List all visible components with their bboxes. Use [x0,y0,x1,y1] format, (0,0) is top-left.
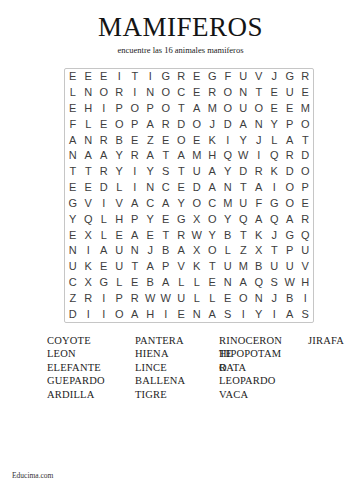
grid-cell-r1-c5: T [127,69,143,85]
grid-cell-r7-c3: R [96,164,112,180]
grid-cell-r14-c12: A [236,275,252,291]
word-list: COYOTELEONELEFANTEGUEPARDOARDILLA PANTER… [0,334,361,406]
grid-cell-r6-c14: Q [267,148,283,164]
grid-cell-r5-c9: E [189,132,205,148]
grid-cell-r3-c7: O [158,101,174,117]
grid-cell-r3-c10: M [205,101,221,117]
grid-cell-r2-c1: L [65,85,81,101]
grid-cell-r12-c2: I [81,243,97,259]
grid-cell-r6-c2: A [81,148,97,164]
grid-cell-r7-c7: S [158,164,174,180]
grid-cell-r13-c3: E [96,259,112,275]
grid-cell-r10-c5: P [127,211,143,227]
grid-cell-r12-c11: L [220,243,236,259]
grid-cell-r4-c11: D [220,116,236,132]
grid-cell-r9-c3: I [96,196,112,212]
grid-cell-r13-c1: U [65,259,81,275]
word-list-column-4: JIRAFA [308,334,344,347]
grid-cell-r4-c8: D [174,116,190,132]
grid-cell-r8-c10: A [205,180,221,196]
grid-cell-r3-c9: A [189,101,205,117]
grid-cell-r1-c11: F [220,69,236,85]
grid-cell-r6-c13: I [251,148,267,164]
grid-cell-r16-c15: A [282,306,298,322]
grid-cell-r15-c10: L [205,290,221,306]
grid-cell-r12-c8: A [174,243,190,259]
grid-cell-r13-c8: V [174,259,190,275]
grid-cell-r15-c1: Z [65,290,81,306]
grid-cell-r6-c10: H [205,148,221,164]
grid-cell-r7-c13: R [251,164,267,180]
grid-cell-r4-c12: A [236,116,252,132]
grid-cell-r9-c10: C [205,196,221,212]
grid-cell-r5-c4: B [112,132,128,148]
grid-cell-r9-c13: F [251,196,267,212]
grid-cell-r6-c7: T [158,148,174,164]
grid-cell-r5-c12: Y [236,132,252,148]
grid-cell-r2-c13: T [251,85,267,101]
grid-cell-r16-c9: N [189,306,205,322]
grid-cell-r13-c9: K [189,259,205,275]
grid-cell-r2-c16: E [298,85,314,101]
grid-cell-r12-c5: N [127,243,143,259]
grid-cell-r11-c7: T [158,227,174,243]
grid-cell-r1-c16: R [298,69,314,85]
grid-cell-r8-c15: O [282,180,298,196]
grid-cell-r9-c7: A [158,196,174,212]
grid-cell-r6-c3: A [96,148,112,164]
grid-cell-r16-c2: I [81,306,97,322]
grid-cell-r12-c9: X [189,243,205,259]
grid-cell-r15-c3: I [96,290,112,306]
grid-cell-r13-c13: B [251,259,267,275]
grid-cell-r3-c1: E [65,101,81,117]
grid-cell-r3-c13: O [251,101,267,117]
grid-cell-r7-c16: O [298,164,314,180]
grid-cell-r16-c12: I [236,306,252,322]
grid-cell-r2-c12: N [236,85,252,101]
grid-cell-r9-c9: O [189,196,205,212]
grid-cell-r15-c8: U [174,290,190,306]
grid-cell-r14-c4: L [112,275,128,291]
grid-cell-r14-c10: E [205,275,221,291]
word-list-item: RATAO [219,361,282,374]
grid-cell-r3-c14: E [267,101,283,117]
word-list-item: JIRAFA [308,334,344,347]
grid-cell-r14-c5: E [127,275,143,291]
word-list-item: LINCE [135,361,185,374]
grid-cell-r3-c8: T [174,101,190,117]
word-list-column-1: COYOTELEONELEFANTEGUEPARDOARDILLA [47,334,105,401]
grid-cell-r9-c4: V [112,196,128,212]
word-list-item: HIENA [135,347,185,360]
grid-cell-r13-c5: T [127,259,143,275]
grid-cell-r1-c1: E [65,69,81,85]
grid-cell-r4-c1: F [65,116,81,132]
grid-cell-r4-c16: O [298,116,314,132]
grid-cell-r5-c5: E [127,132,143,148]
grid-cell-r7-c11: Y [220,164,236,180]
grid-cell-r1-c13: V [251,69,267,85]
grid-cell-r7-c5: I [127,164,143,180]
grid-cell-r10-c2: Q [81,211,97,227]
grid-cell-r3-c2: H [81,101,97,117]
grid-cell-r13-c14: U [267,259,283,275]
grid-cell-r15-c7: W [158,290,174,306]
grid-cell-r9-c8: Y [174,196,190,212]
grid-cell-r4-c6: A [143,116,159,132]
grid-cell-r14-c11: N [220,275,236,291]
grid-cell-r10-c13: A [251,211,267,227]
grid-cell-r6-c1: N [65,148,81,164]
grid-cell-r14-c7: A [158,275,174,291]
grid-cell-r16-c14: I [267,306,283,322]
word-wrap-overlay: O [219,361,227,374]
grid-cell-r15-c14: J [267,290,283,306]
grid-cell-r3-c6: P [143,101,159,117]
grid-cell-r14-c9: L [189,275,205,291]
grid-cell-r9-c16: E [298,196,314,212]
grid-cell-r2-c10: R [205,85,221,101]
grid-cell-r12-c15: P [282,243,298,259]
grid-cell-r13-c6: A [143,259,159,275]
grid-cell-r9-c2: V [81,196,97,212]
grid-cell-r7-c14: K [267,164,283,180]
grid-cell-r14-c15: W [282,275,298,291]
grid-cell-r1-c4: I [112,69,128,85]
word-list-item: LEOPARDO [219,374,282,387]
grid-cell-r3-c5: O [127,101,143,117]
grid-cell-r11-c10: Y [205,227,221,243]
grid-cell-r9-c1: G [65,196,81,212]
grid-cell-r14-c16: H [298,275,314,291]
grid-cell-r11-c15: G [282,227,298,243]
grid-cell-r12-c16: U [298,243,314,259]
grid-cell-r2-c4: R [112,85,128,101]
grid-cell-r11-c2: X [81,227,97,243]
grid-cell-r4-c7: R [158,116,174,132]
grid-cell-r16-c4: O [112,306,128,322]
grid-cell-r8-c9: D [189,180,205,196]
grid-cell-r5-c13: J [251,132,267,148]
grid-cell-r6-c8: A [174,148,190,164]
grid-cell-r12-c12: Z [236,243,252,259]
grid-cell-r2-c3: O [96,85,112,101]
grid-cell-r1-c15: G [282,69,298,85]
grid-cell-r8-c3: D [96,180,112,196]
grid-cell-r3-c16: M [298,101,314,117]
word-list-item: LEON [47,347,105,360]
grid-cell-r4-c14: Y [267,116,283,132]
grid-cell-r12-c6: J [143,243,159,259]
grid-cell-r11-c14: J [267,227,283,243]
grid-cell-r4-c9: O [189,116,205,132]
grid-cell-r1-c2: E [81,69,97,85]
word-list-item: GUEPARDO [47,374,105,387]
grid-cell-r10-c12: Q [236,211,252,227]
grid-cell-r2-c15: U [282,85,298,101]
page-subtitle: encuentre las 16 animales mamiferos [0,45,361,55]
grid-cell-r4-c2: L [81,116,97,132]
grid-cell-r2-c6: N [143,85,159,101]
grid-cell-r7-c8: T [174,164,190,180]
grid-cell-r2-c7: O [158,85,174,101]
grid-cell-r11-c13: K [251,227,267,243]
grid-cell-r14-c1: C [65,275,81,291]
grid-cell-r6-c16: D [298,148,314,164]
grid-cell-r8-c1: E [65,180,81,196]
grid-cell-r15-c13: N [251,290,267,306]
grid-cell-r16-c13: Y [251,306,267,322]
grid-cell-r2-c2: N [81,85,97,101]
word-list-item: VACA [219,388,282,401]
grid-cell-r16-c6: H [143,306,159,322]
word-list-item: PANTERA [135,334,185,347]
grid-cell-r16-c8: E [174,306,190,322]
grid-cell-r6-c9: M [189,148,205,164]
grid-cell-r15-c6: W [143,290,159,306]
grid-cell-r3-c15: E [282,101,298,117]
grid-cell-r5-c2: N [81,132,97,148]
grid-cell-r11-c1: E [65,227,81,243]
grid-cell-r13-c4: U [112,259,128,275]
grid-cell-r9-c15: O [282,196,298,212]
grid-cell-r12-c10: O [205,243,221,259]
grid-cell-r7-c10: A [205,164,221,180]
grid-cell-r10-c10: O [205,211,221,227]
word-list-item: BALLENA [135,374,185,387]
grid-cell-r11-c3: L [96,227,112,243]
grid-cell-r10-c4: H [112,211,128,227]
grid-cell-r16-c10: A [205,306,221,322]
grid-cell-r15-c15: B [282,290,298,306]
grid-cell-r11-c11: B [220,227,236,243]
grid-cell-r15-c12: O [236,290,252,306]
grid-cell-r7-c4: Y [112,164,128,180]
grid-cell-r4-c13: N [251,116,267,132]
grid-cell-r13-c11: U [220,259,236,275]
grid-cell-r11-c5: A [127,227,143,243]
grid-cell-r10-c16: R [298,211,314,227]
grid-cell-r8-c8: E [174,180,190,196]
grid-cell-r10-c14: Q [267,211,283,227]
grid-cell-r7-c2: T [81,164,97,180]
grid-cell-r13-c7: P [158,259,174,275]
worksheet-page: MAMIFEROS encuentre las 16 animales mami… [0,0,361,500]
grid-cell-r12-c13: X [251,243,267,259]
grid-cell-r9-c14: G [267,196,283,212]
word-list-item: COYOTE [47,334,105,347]
grid-cell-r1-c10: G [205,69,221,85]
grid-cell-r11-c6: E [143,227,159,243]
grid-cell-r12-c3: A [96,243,112,259]
grid-cell-r1-c6: I [143,69,159,85]
word-list-item: TIGRE [135,388,185,401]
grid-cell-r5-c15: A [282,132,298,148]
grid-cell-r4-c5: P [127,116,143,132]
grid-cell-r3-c4: P [112,101,128,117]
grid-cell-r8-c6: N [143,180,159,196]
grid-cell-r15-c9: L [189,290,205,306]
grid-cell-r6-c12: W [236,148,252,164]
grid-cell-r12-c4: U [112,243,128,259]
grid-cell-r9-c5: A [127,196,143,212]
grid-cell-r1-c7: G [158,69,174,85]
grid-cell-r5-c14: L [267,132,283,148]
grid-cell-r13-c10: T [205,259,221,275]
grid-cell-r8-c5: I [127,180,143,196]
grid-cell-r1-c14: J [267,69,283,85]
grid-cell-r6-c15: R [282,148,298,164]
grid-cell-r8-c7: C [158,180,174,196]
grid-cell-r2-c9: E [189,85,205,101]
grid-cell-r10-c8: G [174,211,190,227]
grid-cell-r16-c1: D [65,306,81,322]
grid-cell-r10-c11: Y [220,211,236,227]
grid-cell-r1-c3: E [96,69,112,85]
grid-cell-r7-c6: Y [143,164,159,180]
grid-cell-r12-c7: B [158,243,174,259]
grid-cell-r5-c16: T [298,132,314,148]
grid-cell-r10-c3: L [96,211,112,227]
grid-cell-r16-c5: A [127,306,143,322]
grid-cell-r2-c11: O [220,85,236,101]
grid-cell-r13-c16: V [298,259,314,275]
grid-cell-r3-c12: U [236,101,252,117]
grid-cell-r4-c10: J [205,116,221,132]
grid-cell-r2-c8: C [174,85,190,101]
grid-cell-r2-c5: I [127,85,143,101]
footer-credit: Educima.com [12,471,53,480]
grid-cell-r12-c1: N [65,243,81,259]
grid-cell-r8-c2: E [81,180,97,196]
grid-cell-r16-c7: I [158,306,174,322]
grid-cell-r15-c16: I [298,290,314,306]
grid-cell-r14-c13: Q [251,275,267,291]
grid-cell-r9-c12: U [236,196,252,212]
grid-cell-r4-c3: E [96,116,112,132]
grid-cell-r4-c4: O [112,116,128,132]
word-list-item: ELEFANTE [47,361,105,374]
grid-cell-r13-c2: K [81,259,97,275]
grid-cell-r15-c4: P [112,290,128,306]
grid-cell-r16-c11: S [220,306,236,322]
grid-cell-r7-c9: U [189,164,205,180]
grid-cell-r6-c11: Q [220,148,236,164]
grid-cell-r12-c14: T [267,243,283,259]
grid-cell-r5-c10: K [205,132,221,148]
grid-cell-r7-c15: D [282,164,298,180]
grid-cell-r15-c5: R [127,290,143,306]
grid-cell-r6-c6: A [143,148,159,164]
grid-cell-r10-c1: Y [65,211,81,227]
grid-cell-r1-c12: U [236,69,252,85]
grid-cell-r4-c15: P [282,116,298,132]
grid-cell-r14-c6: B [143,275,159,291]
grid-cell-r11-c9: W [189,227,205,243]
grid-cell-r3-c11: O [220,101,236,117]
word-list-item: RINOCERON [219,334,282,347]
grid-cell-r5-c7: E [158,132,174,148]
grid-cell-r15-c2: R [81,290,97,306]
grid-cell-r15-c11: E [220,290,236,306]
grid-cell-r5-c6: Z [143,132,159,148]
page-title: MAMIFEROS [0,12,361,43]
grid-cell-r9-c6: C [143,196,159,212]
grid-cell-r10-c6: Y [143,211,159,227]
word-list-column-2: PANTERAHIENALINCEBALLENATIGRE [135,334,185,401]
grid-cell-r6-c5: R [127,148,143,164]
grid-cell-r14-c2: X [81,275,97,291]
grid-cell-r5-c8: O [174,132,190,148]
grid-cell-r8-c14: I [267,180,283,196]
grid-cell-r3-c3: I [96,101,112,117]
word-list-item: ARDILLA [47,388,105,401]
grid-cell-r13-c15: U [282,259,298,275]
grid-cell-r11-c16: Q [298,227,314,243]
grid-cell-r5-c1: A [65,132,81,148]
grid-cell-r7-c12: D [236,164,252,180]
grid-cell-r11-c8: R [174,227,190,243]
grid-cell-r10-c15: A [282,211,298,227]
grid-cell-r9-c11: M [220,196,236,212]
grid-cell-r6-c4: Y [112,148,128,164]
grid-cell-r7-c1: T [65,164,81,180]
grid-cell-r8-c11: N [220,180,236,196]
word-list-item: HIPOPOTAMTE [219,347,282,360]
grid-cell-r5-c3: R [96,132,112,148]
grid-cell-r2-c14: E [267,85,283,101]
word-list-column-3: RINOCERONHIPOPOTAMTERATAOLEOPARDOVACA [219,334,282,401]
grid-cell-r10-c7: E [158,211,174,227]
grid-cell-r13-c12: M [236,259,252,275]
grid-cell-r14-c14: S [267,275,283,291]
grid-cell-r11-c4: E [112,227,128,243]
grid-cell-r14-c8: L [174,275,190,291]
grid-cell-r10-c9: X [189,211,205,227]
grid-cell-r8-c12: T [236,180,252,196]
grid-cell-r16-c3: I [96,306,112,322]
word-wrap-overlay: TE [219,347,232,360]
grid-cell-r8-c13: A [251,180,267,196]
grid-cell-r8-c4: L [112,180,128,196]
grid-cell-r5-c11: I [220,132,236,148]
letter-grid: EEEITIGREGFUVJGRLNORINOCERONTEUEEHIPOPOT… [64,68,314,323]
grid-cell-r16-c16: S [298,306,314,322]
grid-cell-r8-c16: P [298,180,314,196]
grid-cell-r1-c8: R [174,69,190,85]
grid-cell-r1-c9: E [189,69,205,85]
grid-cell-r14-c3: G [96,275,112,291]
grid-cell-r11-c12: T [236,227,252,243]
